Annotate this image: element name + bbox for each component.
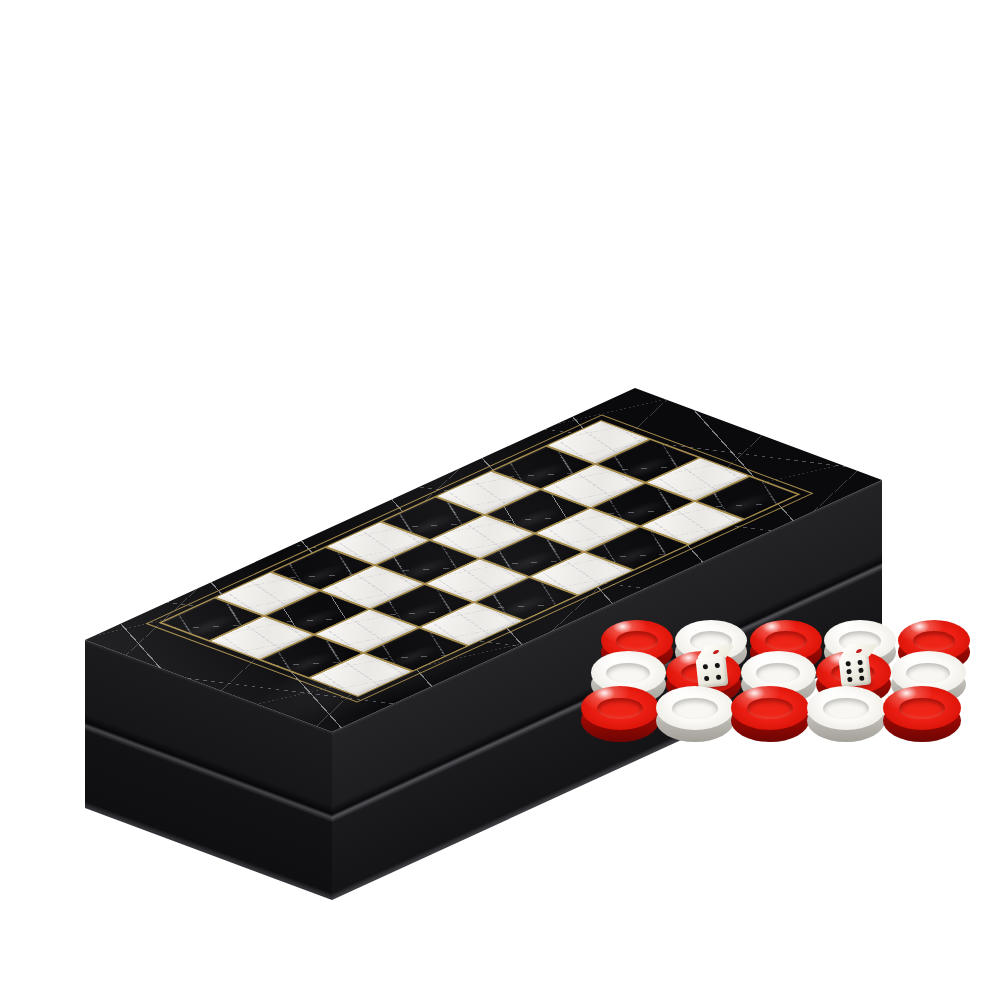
die-front-face	[696, 656, 729, 689]
checkers-and-dice	[0, 0, 1000, 1000]
checker-top	[883, 686, 961, 730]
die-pip	[847, 677, 852, 682]
die-pip	[857, 659, 862, 664]
checker-dish	[906, 663, 950, 683]
checker-dish	[913, 631, 955, 651]
checker-dish	[616, 631, 658, 651]
checker-red[interactable]	[581, 686, 659, 742]
die-pip	[715, 663, 720, 668]
die-pip	[703, 664, 708, 669]
checker-red[interactable]	[731, 686, 809, 742]
checker-dish	[899, 698, 944, 719]
checker-white[interactable]	[807, 686, 885, 742]
die-pip	[855, 649, 863, 653]
die-pip	[858, 668, 863, 673]
checker-dish	[747, 698, 792, 719]
die-1[interactable]	[694, 644, 734, 690]
checker-white[interactable]	[656, 686, 734, 742]
checker-dish	[765, 631, 807, 651]
die-2[interactable]	[837, 643, 877, 689]
checker-red[interactable]	[883, 686, 961, 742]
checker-top	[581, 686, 659, 730]
checker-dish	[756, 663, 800, 683]
checker-dish	[606, 663, 650, 683]
checker-dish	[672, 698, 717, 719]
die-pip	[712, 650, 720, 654]
die-pip	[716, 675, 721, 680]
checker-top	[731, 686, 809, 730]
checker-dish	[597, 698, 642, 719]
checker-dish	[823, 698, 868, 719]
die-front-face	[839, 655, 872, 688]
checker-top	[807, 686, 885, 730]
die-pip	[846, 669, 851, 674]
die-pip	[859, 676, 864, 681]
checker-top	[656, 686, 734, 730]
die-pip	[704, 676, 709, 681]
die-pip	[845, 661, 850, 666]
product-photo	[0, 0, 1000, 1000]
